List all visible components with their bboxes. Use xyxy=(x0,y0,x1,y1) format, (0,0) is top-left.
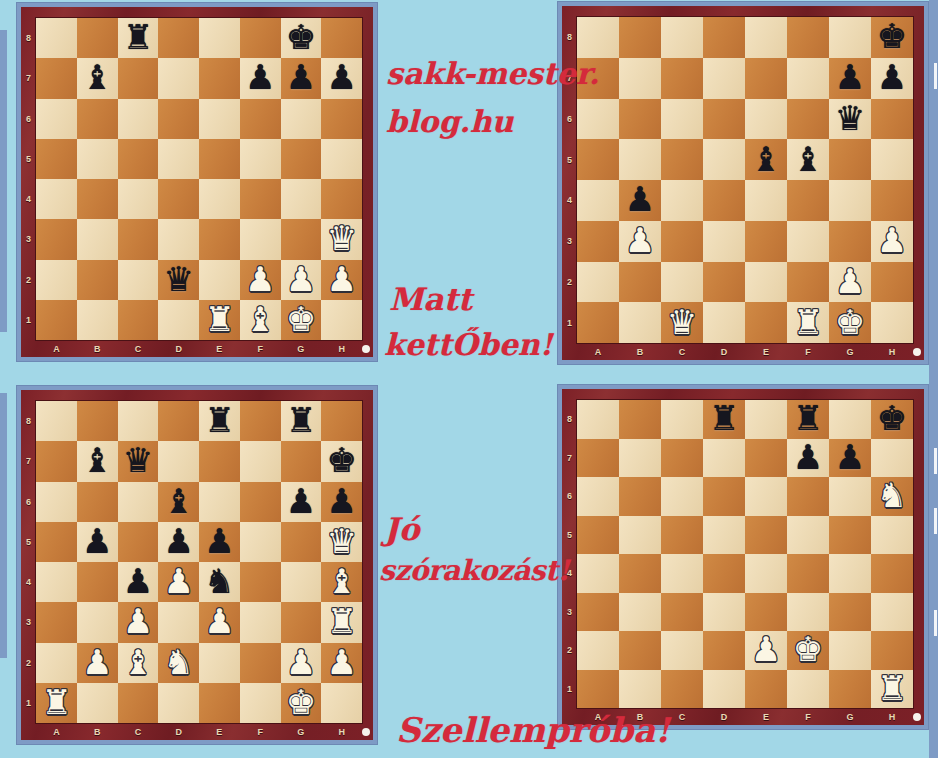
square-d4 xyxy=(158,179,199,219)
square-c4 xyxy=(661,554,703,593)
square-b5: ♟ xyxy=(77,522,118,562)
square-b1 xyxy=(619,670,661,709)
square-d4 xyxy=(703,554,745,593)
square-b6 xyxy=(77,99,118,139)
square-f5 xyxy=(240,522,281,562)
rank-label-8: 8 xyxy=(562,400,577,439)
square-f5: ♝ xyxy=(787,139,829,180)
square-e5 xyxy=(199,139,240,179)
square-d3 xyxy=(703,593,745,632)
square-d2: ♞ xyxy=(158,643,199,683)
board-grid: ♜♜♝♛♚♝♟♟♟♟♟♛♟♟♞♝♟♟♜♟♝♞♟♟♜♚ xyxy=(36,401,362,723)
board-grid: ♜♜♚♟♟♞♟♚♜ xyxy=(577,400,913,708)
black-king: ♚ xyxy=(877,401,907,435)
square-b8 xyxy=(619,17,661,58)
square-d5: ♟ xyxy=(158,522,199,562)
square-g1: ♚ xyxy=(281,683,322,723)
square-b1 xyxy=(77,300,118,340)
white-king: ♚ xyxy=(835,305,865,339)
square-c3 xyxy=(661,593,703,632)
square-g4 xyxy=(281,179,322,219)
square-d3 xyxy=(158,602,199,642)
square-h7 xyxy=(871,439,913,478)
square-d3 xyxy=(703,221,745,262)
square-a1 xyxy=(36,300,77,340)
square-h6: ♞ xyxy=(871,477,913,516)
black-pawn: ♟ xyxy=(286,60,316,94)
square-g7: ♟ xyxy=(829,58,871,99)
square-d1 xyxy=(158,300,199,340)
square-d4 xyxy=(703,180,745,221)
square-g6: ♟ xyxy=(281,482,322,522)
square-a8 xyxy=(36,401,77,441)
square-h5 xyxy=(321,139,362,179)
black-pawn: ♟ xyxy=(835,60,865,94)
square-h6: ♟ xyxy=(321,482,362,522)
square-h7: ♟ xyxy=(321,58,362,98)
file-label-a: A xyxy=(577,344,619,359)
black-bishop: ♝ xyxy=(82,443,112,477)
square-e4 xyxy=(199,179,240,219)
square-d3 xyxy=(158,219,199,259)
square-c2 xyxy=(661,262,703,303)
rank-labels: 87654321 xyxy=(21,18,36,340)
board-frame: 87654321 ♜♚♝♟♟♟♛♛♟♟♟♜♝♚ ABCDEFGH xyxy=(21,7,373,357)
wish-text-line1: Jó xyxy=(384,511,419,547)
square-a6 xyxy=(36,99,77,139)
square-g4 xyxy=(829,180,871,221)
rank-labels: 87654321 xyxy=(21,401,36,723)
square-b6 xyxy=(619,477,661,516)
frame-corner-dot xyxy=(913,348,921,356)
square-e6 xyxy=(199,99,240,139)
square-g8 xyxy=(829,17,871,58)
rank-label-7: 7 xyxy=(21,441,36,481)
rank-label-6: 6 xyxy=(21,99,36,139)
rank-label-6: 6 xyxy=(21,482,36,522)
black-pawn: ♟ xyxy=(163,524,193,558)
square-d1 xyxy=(158,683,199,723)
rank-label-1: 1 xyxy=(562,302,577,343)
square-d8 xyxy=(158,401,199,441)
square-e3: ♟ xyxy=(199,602,240,642)
white-pawn: ♟ xyxy=(82,645,112,679)
square-f4 xyxy=(240,179,281,219)
white-pawn: ♟ xyxy=(326,262,356,296)
file-label-e: E xyxy=(199,724,240,739)
square-g5 xyxy=(281,522,322,562)
square-d2: ♛ xyxy=(158,260,199,300)
square-c6 xyxy=(118,482,159,522)
black-rook: ♜ xyxy=(793,401,823,435)
square-f8 xyxy=(240,18,281,58)
file-label-g: G xyxy=(829,709,871,724)
square-a8 xyxy=(577,17,619,58)
rank-label-1: 1 xyxy=(562,670,577,709)
square-h5: ♛ xyxy=(321,522,362,562)
file-label-h: H xyxy=(321,724,362,739)
file-label-h: H xyxy=(871,344,913,359)
square-g1: ♚ xyxy=(281,300,322,340)
square-a7 xyxy=(36,58,77,98)
square-c3: ♟ xyxy=(118,602,159,642)
square-c7 xyxy=(118,58,159,98)
square-h2: ♟ xyxy=(321,260,362,300)
file-label-d: D xyxy=(158,341,199,356)
square-c8 xyxy=(661,17,703,58)
black-queen: ♛ xyxy=(163,262,193,296)
rank-label-3: 3 xyxy=(562,593,577,632)
rank-label-2: 2 xyxy=(562,631,577,670)
square-e1 xyxy=(745,670,787,709)
rank-label-2: 2 xyxy=(21,643,36,683)
square-e6 xyxy=(745,99,787,140)
square-h2: ♟ xyxy=(321,643,362,683)
file-label-f: F xyxy=(787,344,829,359)
square-e4 xyxy=(745,554,787,593)
square-g1 xyxy=(829,670,871,709)
square-b1 xyxy=(77,683,118,723)
square-f4 xyxy=(787,554,829,593)
square-a5 xyxy=(36,139,77,179)
square-f5 xyxy=(240,139,281,179)
square-e2 xyxy=(745,262,787,303)
square-b5 xyxy=(77,139,118,179)
square-f6 xyxy=(240,482,281,522)
square-h1 xyxy=(321,300,362,340)
square-a5 xyxy=(577,139,619,180)
square-c6 xyxy=(661,477,703,516)
square-e7 xyxy=(745,439,787,478)
square-c5 xyxy=(661,516,703,555)
white-pawn: ♟ xyxy=(286,262,316,296)
square-b7: ♝ xyxy=(77,441,118,481)
square-h8 xyxy=(321,18,362,58)
square-c4: ♟ xyxy=(118,562,159,602)
black-pawn: ♟ xyxy=(793,440,823,474)
square-g5 xyxy=(829,516,871,555)
square-c7: ♛ xyxy=(118,441,159,481)
square-c6 xyxy=(118,99,159,139)
square-b3 xyxy=(619,593,661,632)
square-d5 xyxy=(703,516,745,555)
white-pawn: ♟ xyxy=(326,645,356,679)
square-a2 xyxy=(36,260,77,300)
rank-label-1: 1 xyxy=(21,683,36,723)
square-h4: ♝ xyxy=(321,562,362,602)
rank-label-2: 2 xyxy=(562,262,577,303)
square-g8: ♚ xyxy=(281,18,322,58)
square-c3 xyxy=(661,221,703,262)
square-e4 xyxy=(745,180,787,221)
square-d6 xyxy=(703,99,745,140)
black-pawn: ♟ xyxy=(82,524,112,558)
square-d2 xyxy=(703,262,745,303)
file-label-b: B xyxy=(77,724,118,739)
white-pawn: ♟ xyxy=(877,223,907,257)
square-d1 xyxy=(703,670,745,709)
square-f3 xyxy=(787,593,829,632)
left-edge-strip xyxy=(0,30,7,332)
file-label-d: D xyxy=(703,709,745,724)
square-c1: ♛ xyxy=(661,302,703,343)
square-h2 xyxy=(871,262,913,303)
square-c5 xyxy=(661,139,703,180)
black-king: ♚ xyxy=(286,20,316,54)
square-c8 xyxy=(661,400,703,439)
file-label-g: G xyxy=(281,724,322,739)
rank-label-8: 8 xyxy=(562,17,577,58)
square-a8 xyxy=(36,18,77,58)
white-bishop: ♝ xyxy=(326,564,356,598)
board-frame: 87654321 ♜♜♚♟♟♞♟♚♜ ABCDEFGH xyxy=(562,389,924,725)
square-a7 xyxy=(36,441,77,481)
square-a3 xyxy=(36,219,77,259)
square-b4 xyxy=(77,179,118,219)
square-e7 xyxy=(199,58,240,98)
square-b1 xyxy=(619,302,661,343)
square-b4 xyxy=(77,562,118,602)
square-d5 xyxy=(703,139,745,180)
white-rook: ♜ xyxy=(877,671,907,705)
rank-label-1: 1 xyxy=(21,300,36,340)
chess-board-bottom-left: 87654321 ♜♜♝♛♚♝♟♟♟♟♟♛♟♟♞♝♟♟♜♟♝♞♟♟♜♚ ABCD… xyxy=(16,385,378,745)
chess-board-top-left: 87654321 ♜♚♝♟♟♟♛♛♟♟♟♜♝♚ ABCDEFGH xyxy=(16,2,378,362)
file-label-g: G xyxy=(281,341,322,356)
square-e3 xyxy=(745,593,787,632)
black-pawn: ♟ xyxy=(625,182,655,216)
square-h3 xyxy=(871,593,913,632)
square-c2 xyxy=(118,260,159,300)
black-pawn: ♟ xyxy=(286,484,316,518)
square-d1 xyxy=(703,302,745,343)
square-a3 xyxy=(577,593,619,632)
square-e1 xyxy=(199,683,240,723)
right-edge-band xyxy=(929,0,938,758)
square-f3 xyxy=(240,219,281,259)
square-h7: ♚ xyxy=(321,441,362,481)
square-h3: ♟ xyxy=(871,221,913,262)
square-a2 xyxy=(577,631,619,670)
square-a4 xyxy=(36,179,77,219)
square-g2: ♟ xyxy=(281,643,322,683)
square-c8: ♜ xyxy=(118,18,159,58)
square-c5 xyxy=(118,139,159,179)
square-f5 xyxy=(787,516,829,555)
square-h5 xyxy=(871,516,913,555)
chess-board-top-right: 87654321 ♚♟♟♛♝♝♟♟♟♟♛♜♚ ABCDEFGH xyxy=(557,1,929,365)
square-a5 xyxy=(577,516,619,555)
square-b6 xyxy=(619,99,661,140)
square-d6 xyxy=(703,477,745,516)
black-king: ♚ xyxy=(326,443,356,477)
white-knight: ♞ xyxy=(877,478,907,512)
square-g6: ♛ xyxy=(829,99,871,140)
white-pawn: ♟ xyxy=(751,632,781,666)
square-e2 xyxy=(199,643,240,683)
square-f2 xyxy=(787,262,829,303)
black-rook: ♜ xyxy=(204,403,234,437)
file-label-c: C xyxy=(661,344,703,359)
puzzle-caption-line1: Matt xyxy=(389,281,472,317)
square-c2: ♝ xyxy=(118,643,159,683)
rank-label-7: 7 xyxy=(562,439,577,478)
black-pawn: ♟ xyxy=(877,60,907,94)
square-f4 xyxy=(787,180,829,221)
square-g8 xyxy=(829,400,871,439)
square-f6 xyxy=(240,99,281,139)
edge-tick xyxy=(934,610,937,636)
square-g4 xyxy=(829,554,871,593)
site-title-line2: blog.hu xyxy=(386,104,513,139)
square-b4 xyxy=(619,554,661,593)
file-label-c: C xyxy=(118,341,159,356)
file-label-h: H xyxy=(321,341,362,356)
square-d2 xyxy=(703,631,745,670)
square-b7: ♝ xyxy=(77,58,118,98)
square-b8 xyxy=(619,400,661,439)
rank-label-3: 3 xyxy=(562,221,577,262)
square-c7 xyxy=(661,439,703,478)
square-d6: ♝ xyxy=(158,482,199,522)
square-f2: ♚ xyxy=(787,631,829,670)
square-h6 xyxy=(871,99,913,140)
square-f2: ♟ xyxy=(240,260,281,300)
white-bishop: ♝ xyxy=(245,302,275,336)
rank-label-5: 5 xyxy=(562,516,577,555)
square-f8 xyxy=(240,401,281,441)
square-a6 xyxy=(36,482,77,522)
square-h8: ♚ xyxy=(871,17,913,58)
square-a4 xyxy=(577,554,619,593)
white-queen: ♛ xyxy=(667,305,697,339)
white-king: ♚ xyxy=(286,685,316,719)
file-label-a: A xyxy=(36,724,77,739)
footer-text: Szellempróba! xyxy=(396,710,670,750)
file-label-b: B xyxy=(77,341,118,356)
square-h6 xyxy=(321,99,362,139)
square-e8 xyxy=(199,18,240,58)
square-f7 xyxy=(240,441,281,481)
square-h2 xyxy=(871,631,913,670)
square-g2: ♟ xyxy=(829,262,871,303)
square-b8 xyxy=(77,18,118,58)
square-h1: ♜ xyxy=(871,670,913,709)
square-d7 xyxy=(703,58,745,99)
file-label-e: E xyxy=(745,344,787,359)
board-grid: ♜♚♝♟♟♟♛♛♟♟♟♜♝♚ xyxy=(36,18,362,340)
file-label-c: C xyxy=(118,724,159,739)
white-queen: ♛ xyxy=(326,221,356,255)
square-f7: ♟ xyxy=(240,58,281,98)
square-g7: ♟ xyxy=(281,58,322,98)
square-b3: ♟ xyxy=(619,221,661,262)
rank-label-6: 6 xyxy=(562,99,577,140)
square-f1: ♜ xyxy=(787,302,829,343)
black-pawn: ♟ xyxy=(326,60,356,94)
file-labels: ABCDEFGH xyxy=(577,344,913,359)
rank-label-5: 5 xyxy=(562,139,577,180)
square-g8: ♜ xyxy=(281,401,322,441)
square-h7: ♟ xyxy=(871,58,913,99)
square-h4 xyxy=(321,179,362,219)
square-d8 xyxy=(703,17,745,58)
square-e2: ♟ xyxy=(745,631,787,670)
white-pawn: ♟ xyxy=(123,604,153,638)
square-c1 xyxy=(118,683,159,723)
square-a3 xyxy=(577,221,619,262)
square-d8: ♜ xyxy=(703,400,745,439)
square-g1: ♚ xyxy=(829,302,871,343)
square-f7 xyxy=(787,58,829,99)
square-e3 xyxy=(745,221,787,262)
square-g5 xyxy=(829,139,871,180)
square-g3 xyxy=(281,602,322,642)
frame-corner-dot xyxy=(913,713,921,721)
black-pawn: ♟ xyxy=(835,440,865,474)
white-pawn: ♟ xyxy=(163,564,193,598)
square-e4: ♞ xyxy=(199,562,240,602)
black-bishop: ♝ xyxy=(82,60,112,94)
file-label-d: D xyxy=(158,724,199,739)
square-b2 xyxy=(77,260,118,300)
rank-label-7: 7 xyxy=(21,58,36,98)
square-a3 xyxy=(36,602,77,642)
black-knight: ♞ xyxy=(204,564,234,598)
square-f8 xyxy=(787,17,829,58)
file-label-e: E xyxy=(199,341,240,356)
white-queen: ♛ xyxy=(326,524,356,558)
square-c7 xyxy=(661,58,703,99)
square-e8 xyxy=(745,400,787,439)
black-rook: ♜ xyxy=(709,401,739,435)
rank-label-4: 4 xyxy=(21,562,36,602)
square-e7 xyxy=(199,441,240,481)
square-f8: ♜ xyxy=(787,400,829,439)
square-g3 xyxy=(829,221,871,262)
square-a5 xyxy=(36,522,77,562)
square-g7: ♟ xyxy=(829,439,871,478)
square-b4: ♟ xyxy=(619,180,661,221)
board-frame: 87654321 ♚♟♟♛♝♝♟♟♟♟♛♜♚ ABCDEFGH xyxy=(562,6,924,360)
square-g5 xyxy=(281,139,322,179)
white-pawn: ♟ xyxy=(204,604,234,638)
page: 87654321 ♜♚♝♟♟♟♛♛♟♟♟♜♝♚ ABCDEFGH 8765432… xyxy=(0,0,938,758)
square-d7 xyxy=(158,58,199,98)
file-label-d: D xyxy=(703,344,745,359)
rank-label-8: 8 xyxy=(21,18,36,58)
square-a2 xyxy=(577,262,619,303)
black-king: ♚ xyxy=(877,19,907,53)
chess-board-bottom-right: 87654321 ♜♜♚♟♟♞♟♚♜ ABCDEFGH xyxy=(557,384,929,730)
square-d7 xyxy=(703,439,745,478)
square-h5 xyxy=(871,139,913,180)
white-pawn: ♟ xyxy=(835,264,865,298)
file-label-f: F xyxy=(240,341,281,356)
square-e3 xyxy=(199,219,240,259)
square-f3 xyxy=(787,221,829,262)
square-a1 xyxy=(577,302,619,343)
frame-corner-dot xyxy=(362,728,370,736)
square-g3 xyxy=(281,219,322,259)
file-labels: ABCDEFGH xyxy=(36,724,362,739)
square-g7 xyxy=(281,441,322,481)
square-h4 xyxy=(871,554,913,593)
square-e5: ♟ xyxy=(199,522,240,562)
black-queen: ♛ xyxy=(835,101,865,135)
file-label-a: A xyxy=(36,341,77,356)
square-a6 xyxy=(577,477,619,516)
